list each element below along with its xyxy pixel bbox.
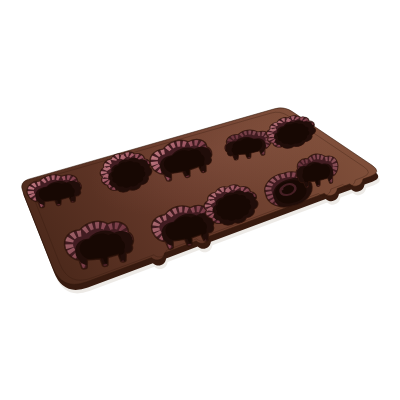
photo-soften-layer bbox=[0, 0, 400, 400]
product-photo bbox=[0, 0, 400, 400]
mold-svg bbox=[0, 0, 400, 400]
